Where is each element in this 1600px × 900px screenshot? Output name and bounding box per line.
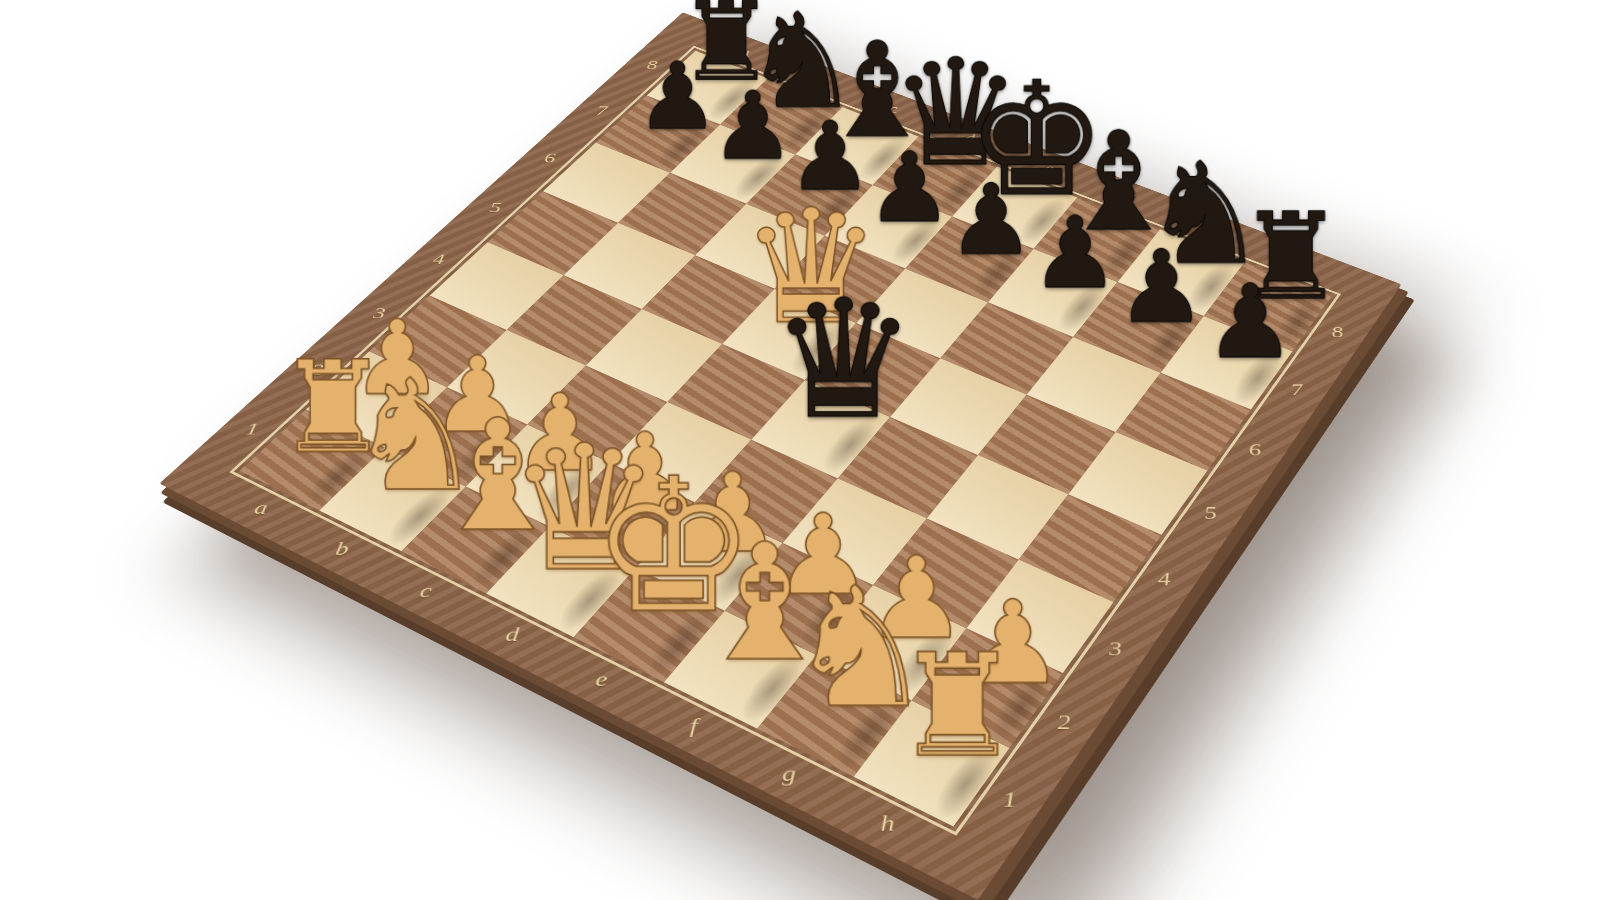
file-label-f-lower-left-edge: f [689,714,698,738]
photo-stage: 12345678a♜♟♟♜ab♞♟♟♞bc♝♟♟♝cd♛♟♛♟♛de♚♟♛♟♚e… [0,0,1600,900]
piece-black-pawn-g7[interactable]: ♟ [1117,240,1207,335]
piece-black-pawn-e7[interactable]: ♟ [948,175,1035,268]
rank-label-1-upper-left-edge: 1 [244,420,260,440]
rank-label-8-lower-right-edge: 8 [1329,324,1345,342]
rank-label-5-upper-left-edge: 5 [489,200,502,216]
file-label-e-lower-left-edge: e [594,668,608,691]
rank-label-2-lower-right-edge: 2 [1056,711,1072,735]
file-label-g-lower-left-edge: g [781,761,795,786]
rank-label-1-lower-right-edge: 1 [1002,787,1018,813]
chess-board: 12345678a♜♟♟♜ab♞♟♟♞bc♝♟♟♝cd♛♟♛♟♛de♚♟♛♟♚e… [159,12,1401,900]
rank-label-4-lower-right-edge: 4 [1156,569,1172,591]
rank-label-5-lower-right-edge: 5 [1203,503,1219,524]
file-label-d-lower-left-edge: d [504,623,520,646]
piece-white-rook-h1[interactable]: ♜ [895,641,1022,775]
file-label-a-lower-left-edge: a [252,498,269,519]
file-label-c-lower-left-edge: c [418,580,433,602]
rank-label-7-lower-right-edge: 7 [1289,381,1305,400]
piece-black-pawn-a7[interactable]: ♟ [636,54,719,142]
rank-label-3-lower-right-edge: 3 [1107,638,1123,661]
piece-black-pawn-b7[interactable]: ♟ [711,83,795,172]
rank-label-7-upper-left-edge: 7 [596,103,608,118]
rank-label-6-lower-right-edge: 6 [1247,440,1263,460]
piece-black-pawn-f7[interactable]: ♟ [1031,207,1120,301]
file-label-b-lower-left-edge: b [334,538,350,559]
file-label-h-lower-left-edge: h [880,810,895,836]
rank-label-6-upper-left-edge: 6 [543,151,556,167]
piece-black-pawn-h7[interactable]: ♟ [1205,275,1296,372]
rank-label-4-upper-left-edge: 4 [431,251,445,268]
piece-black-queen-e4[interactable]: ♛ [770,283,917,439]
